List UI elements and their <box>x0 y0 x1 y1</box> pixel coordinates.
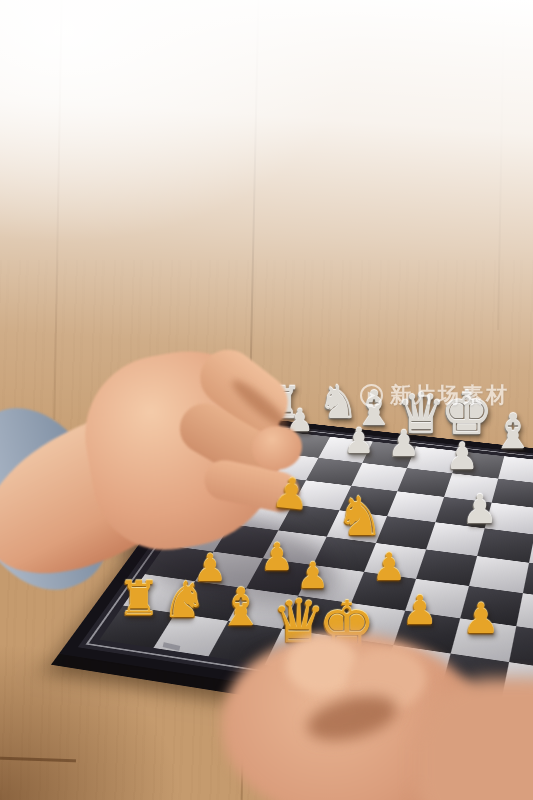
gold-pawn-g2[interactable]: ♟ <box>462 598 500 640</box>
gold-pawn-c3[interactable]: ♟ <box>260 538 294 576</box>
gold-knight-d4[interactable]: ♞ <box>336 490 384 544</box>
silver-pawn-c7[interactable]: ♟ <box>343 424 374 459</box>
gold-pawn-f2[interactable]: ♟ <box>402 590 438 630</box>
pieces-layer: ♜♞♝♟♛♚♝♟♟♟♟♞♟♟♟♟♜♞♟♝♟♛♚ <box>0 0 533 800</box>
gold-bishop-c1[interactable]: ♝ <box>218 581 265 633</box>
silver-king-e8[interactable]: ♚ <box>440 383 494 443</box>
silver-bishop-f8[interactable]: ♝ <box>491 407 533 455</box>
gold-pawn-e3[interactable]: ♟ <box>372 548 406 586</box>
silver-pawn-e5[interactable]: ♟ <box>462 489 498 529</box>
silver-pawn-d7[interactable]: ♟ <box>388 426 420 462</box>
gold-knight-b1[interactable]: ♞ <box>162 575 207 625</box>
held-gold-pawn[interactable]: ♟ <box>270 472 312 518</box>
silver-pawn-e7[interactable]: ♟ <box>445 438 478 475</box>
gold-rook-a1[interactable]: ♜ <box>117 574 160 622</box>
